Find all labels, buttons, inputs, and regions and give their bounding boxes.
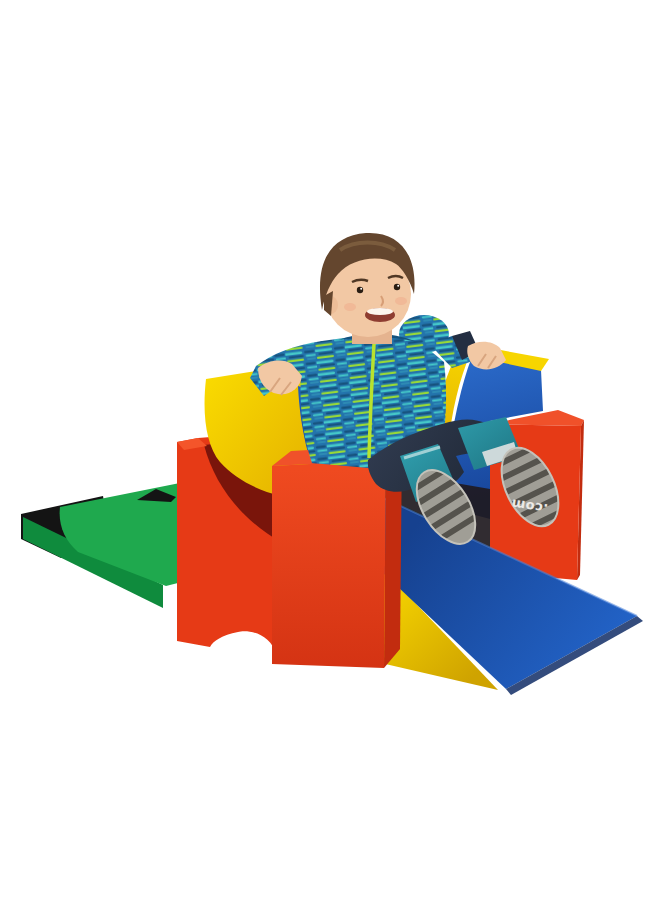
front-pillar-front-face [272, 460, 386, 668]
left-eye [357, 287, 363, 293]
soft-play-scene: .com [0, 0, 660, 900]
right-eye [394, 284, 400, 290]
right-cheek-blush [395, 297, 407, 305]
left-eye-glint [360, 288, 362, 290]
teeth [367, 308, 393, 315]
product-photo: .com [0, 0, 660, 900]
left-cheek-blush [344, 303, 356, 311]
right-eye-glint [397, 285, 399, 287]
